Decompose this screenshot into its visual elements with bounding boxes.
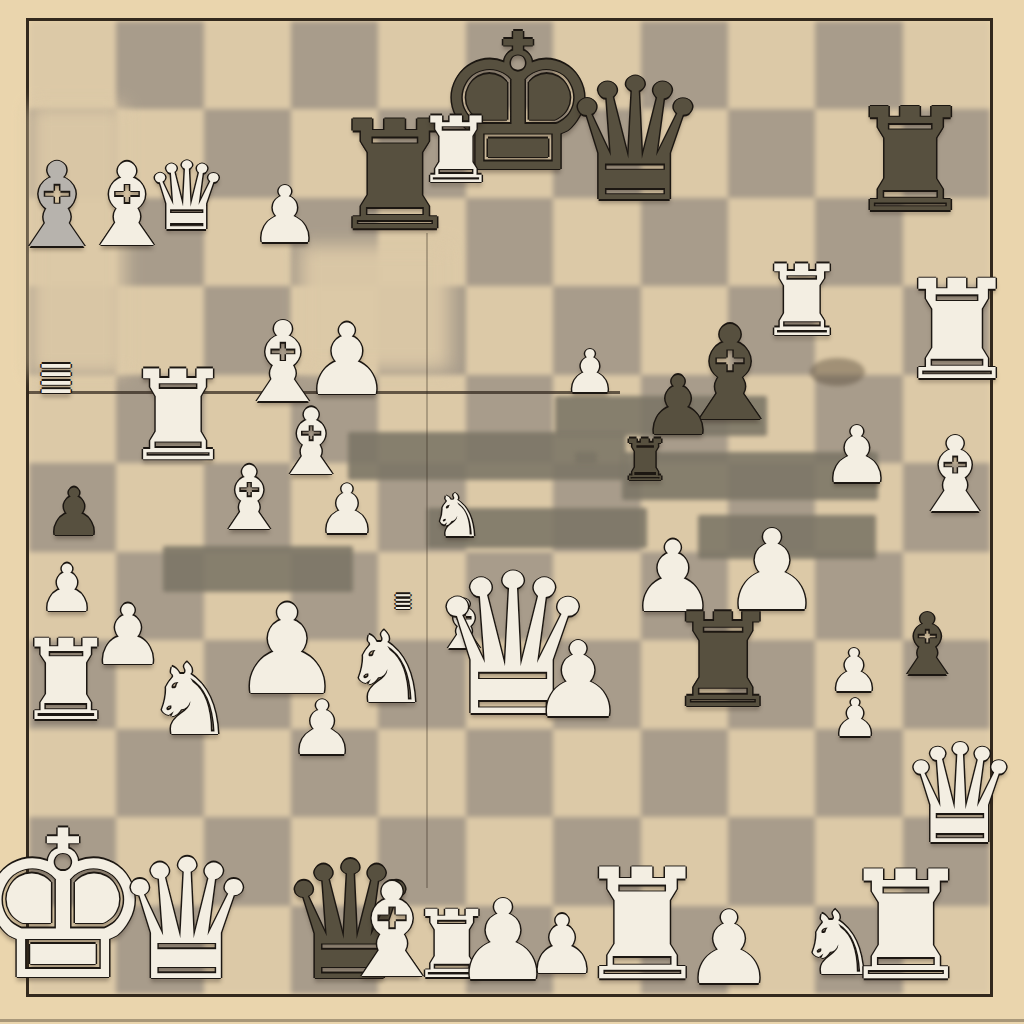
- piece-black-queen[interactable]: ♛: [559, 56, 711, 225]
- square[interactable]: [466, 286, 553, 374]
- piece-white-queen[interactable]: ♛: [113, 838, 262, 1004]
- square[interactable]: [728, 21, 815, 109]
- piece-white-pawn[interactable]: ♟: [531, 628, 624, 732]
- faint-scribble: [810, 358, 865, 386]
- square[interactable]: [204, 21, 291, 109]
- piece-white-pawn[interactable]: ♟: [564, 342, 617, 401]
- piece-white-queen[interactable]: ♛: [145, 150, 229, 244]
- piece-white-bishop[interactable]: ♝: [210, 455, 289, 543]
- piece-white-rook[interactable]: ♜: [839, 851, 973, 1001]
- piece-black-pawn[interactable]: ♟: [45, 480, 103, 545]
- piece-white-stack[interactable]: ≣: [393, 590, 412, 613]
- piece-white-rook[interactable]: ♜: [896, 262, 1019, 399]
- piece-white-pawn[interactable]: ♟: [38, 556, 96, 621]
- piece-black-rook[interactable]: ♜: [619, 432, 670, 489]
- piece-white-pawn[interactable]: ♟: [317, 476, 378, 544]
- piece-white-bishop[interactable]: ♝: [908, 423, 1001, 527]
- piece-white-rook[interactable]: ♜: [16, 625, 116, 736]
- piece-black-rook[interactable]: ♜: [846, 89, 974, 232]
- square[interactable]: [641, 729, 728, 817]
- chess-scene: ♝♝♛♟♚♛♜♜♜♜♜♝≣♜♝♟♝♝♟♟♞♟♟♜♟♟♟♝♟♟♜♞♟♟≣♝♛♟♞♜…: [0, 0, 1024, 1024]
- piece-white-pawn[interactable]: ♟: [250, 176, 320, 254]
- square[interactable]: [29, 21, 116, 109]
- piece-white-rook[interactable]: ♜: [415, 105, 497, 196]
- piece-white-knight[interactable]: ♞: [146, 651, 234, 749]
- square[interactable]: [116, 21, 203, 109]
- square[interactable]: [728, 729, 815, 817]
- piece-black-rook[interactable]: ♜: [665, 596, 782, 726]
- gray-smudge-band: [575, 452, 597, 464]
- piece-white-stack[interactable]: ≣: [37, 354, 76, 400]
- piece-white-pawn[interactable]: ♟: [822, 416, 892, 494]
- piece-black-bishop[interactable]: ♝: [889, 602, 965, 687]
- piece-white-knight[interactable]: ♞: [343, 619, 431, 717]
- piece-white-pawn[interactable]: ♟: [832, 692, 879, 744]
- piece-white-pawn[interactable]: ♟: [684, 898, 775, 999]
- square[interactable]: [728, 109, 815, 197]
